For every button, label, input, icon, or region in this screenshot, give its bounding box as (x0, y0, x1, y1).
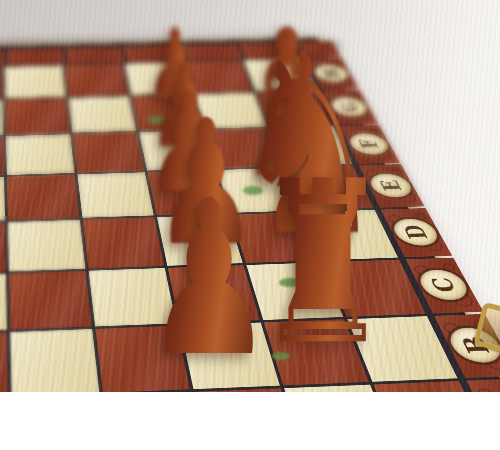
letter-medallion: C (414, 269, 473, 301)
photo-bottom-margin (0, 392, 500, 450)
border-strip-cell: A (462, 378, 500, 392)
chess-set-photo: HGFEDCBA ♟♟♝♟♞♟♜♟ (0, 0, 500, 392)
focus-blur-overlay (0, 0, 500, 243)
photo-frame: HGFEDCBA ♟♟♝♟♞♟♜♟ (0, 0, 500, 450)
medallion-letter: C (424, 277, 462, 293)
focus-blur-overlay-left (0, 216, 170, 392)
board-square (180, 323, 280, 390)
board-square (168, 265, 260, 323)
